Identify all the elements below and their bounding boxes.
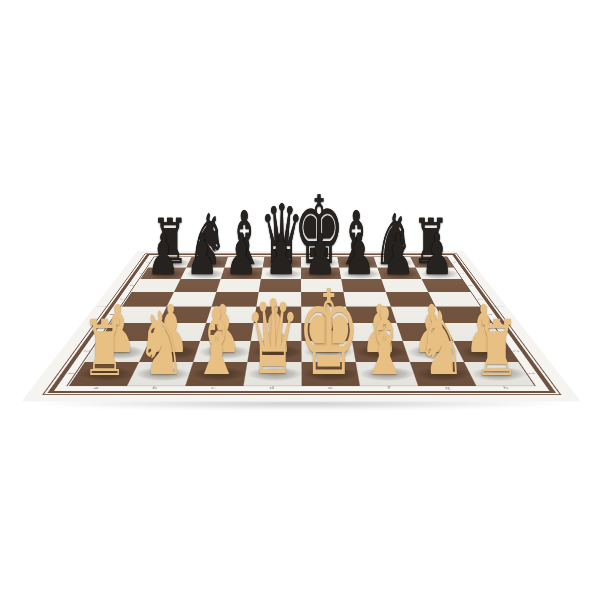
square-e1 bbox=[301, 362, 359, 386]
square-e4 bbox=[301, 306, 349, 322]
piece-black-rook-a8: ♜ bbox=[110, 114, 230, 264]
square-e5 bbox=[301, 292, 346, 306]
piece-black-bishop-c8: ♝ bbox=[185, 114, 305, 264]
square-c3 bbox=[200, 323, 254, 341]
chess-board: abcdefgh 87654321 87654321 bbox=[21, 251, 580, 401]
rank-label-right-6: 6 bbox=[448, 284, 491, 286]
square-f8 bbox=[337, 257, 377, 268]
piece-black-king-e8: ♚ bbox=[259, 114, 379, 264]
square-f5 bbox=[343, 292, 390, 306]
chess-set-photo: abcdefgh 87654321 87654321 ♜♞♝♛♚♝♞♜♟♟♟♟♟… bbox=[0, 0, 600, 600]
rank-label-left-5: 5 bbox=[99, 298, 144, 300]
square-g6 bbox=[381, 279, 428, 292]
file-label-h: h bbox=[476, 386, 537, 390]
square-f3 bbox=[348, 323, 402, 341]
rank-label-right-4: 4 bbox=[466, 313, 514, 315]
square-c4 bbox=[206, 306, 256, 322]
square-e8 bbox=[300, 257, 338, 268]
square-d4 bbox=[253, 306, 301, 322]
square-d1 bbox=[243, 362, 301, 386]
piece-black-queen-d8: ♛ bbox=[222, 114, 342, 264]
piece-black-rook-h8: ♜ bbox=[371, 114, 491, 264]
rank-label-right-7: 7 bbox=[441, 272, 481, 274]
square-g7 bbox=[377, 267, 421, 279]
square-f6 bbox=[341, 279, 386, 292]
square-d8 bbox=[262, 257, 300, 268]
file-label-d: d bbox=[242, 386, 301, 390]
square-b6 bbox=[174, 279, 221, 292]
file-label-e: e bbox=[301, 386, 360, 390]
board-cast-shadow bbox=[28, 400, 572, 410]
rank-label-right-1: 1 bbox=[502, 371, 561, 375]
square-c1 bbox=[185, 362, 247, 386]
square-c6 bbox=[216, 279, 260, 292]
square-c8 bbox=[224, 257, 264, 268]
square-b1 bbox=[127, 362, 193, 386]
square-b8 bbox=[186, 257, 228, 268]
rank-label-left-3: 3 bbox=[74, 330, 125, 333]
square-b7 bbox=[180, 267, 224, 279]
rank-label-left-7: 7 bbox=[119, 272, 159, 274]
square-f7 bbox=[339, 267, 381, 279]
piece-black-knight-g8: ♞ bbox=[334, 114, 454, 264]
rank-label-left-4: 4 bbox=[87, 313, 135, 315]
file-label-c: c bbox=[183, 386, 243, 390]
file-label-f: f bbox=[359, 386, 419, 390]
file-label-b: b bbox=[124, 386, 184, 390]
rank-label-left-8: 8 bbox=[128, 261, 166, 263]
square-c5 bbox=[211, 292, 258, 306]
square-e6 bbox=[301, 279, 343, 292]
rank-label-right-3: 3 bbox=[476, 330, 527, 333]
square-d2 bbox=[247, 341, 301, 362]
square-b2 bbox=[139, 341, 200, 362]
piece-black-knight-b8: ♞ bbox=[147, 114, 267, 264]
square-b3 bbox=[149, 323, 206, 341]
square-c2 bbox=[193, 341, 251, 362]
square-e3 bbox=[301, 323, 352, 341]
file-labels: abcdefgh bbox=[66, 386, 537, 390]
square-f2 bbox=[351, 341, 409, 362]
square-d3 bbox=[250, 323, 301, 341]
square-d7 bbox=[260, 267, 300, 279]
rank-label-left-1: 1 bbox=[41, 371, 100, 375]
rank-label-right-2: 2 bbox=[488, 349, 542, 352]
square-f1 bbox=[355, 362, 417, 386]
square-e2 bbox=[301, 341, 355, 362]
rank-label-right-5: 5 bbox=[457, 298, 502, 300]
square-f4 bbox=[345, 306, 395, 322]
square-e7 bbox=[301, 267, 341, 279]
rank-label-right-8: 8 bbox=[434, 261, 472, 263]
square-b4 bbox=[158, 306, 211, 322]
file-label-a: a bbox=[66, 386, 127, 390]
square-b5 bbox=[166, 292, 216, 306]
board-fold-crease bbox=[96, 306, 504, 307]
piece-black-bishop-f8: ♝ bbox=[296, 114, 416, 264]
rank-label-left-2: 2 bbox=[59, 349, 113, 352]
square-c7 bbox=[220, 267, 262, 279]
rank-label-left-6: 6 bbox=[110, 284, 153, 286]
square-g5 bbox=[385, 292, 435, 306]
square-d6 bbox=[258, 279, 300, 292]
square-g8 bbox=[373, 257, 415, 268]
file-label-g: g bbox=[418, 386, 478, 390]
square-d5 bbox=[256, 292, 301, 306]
